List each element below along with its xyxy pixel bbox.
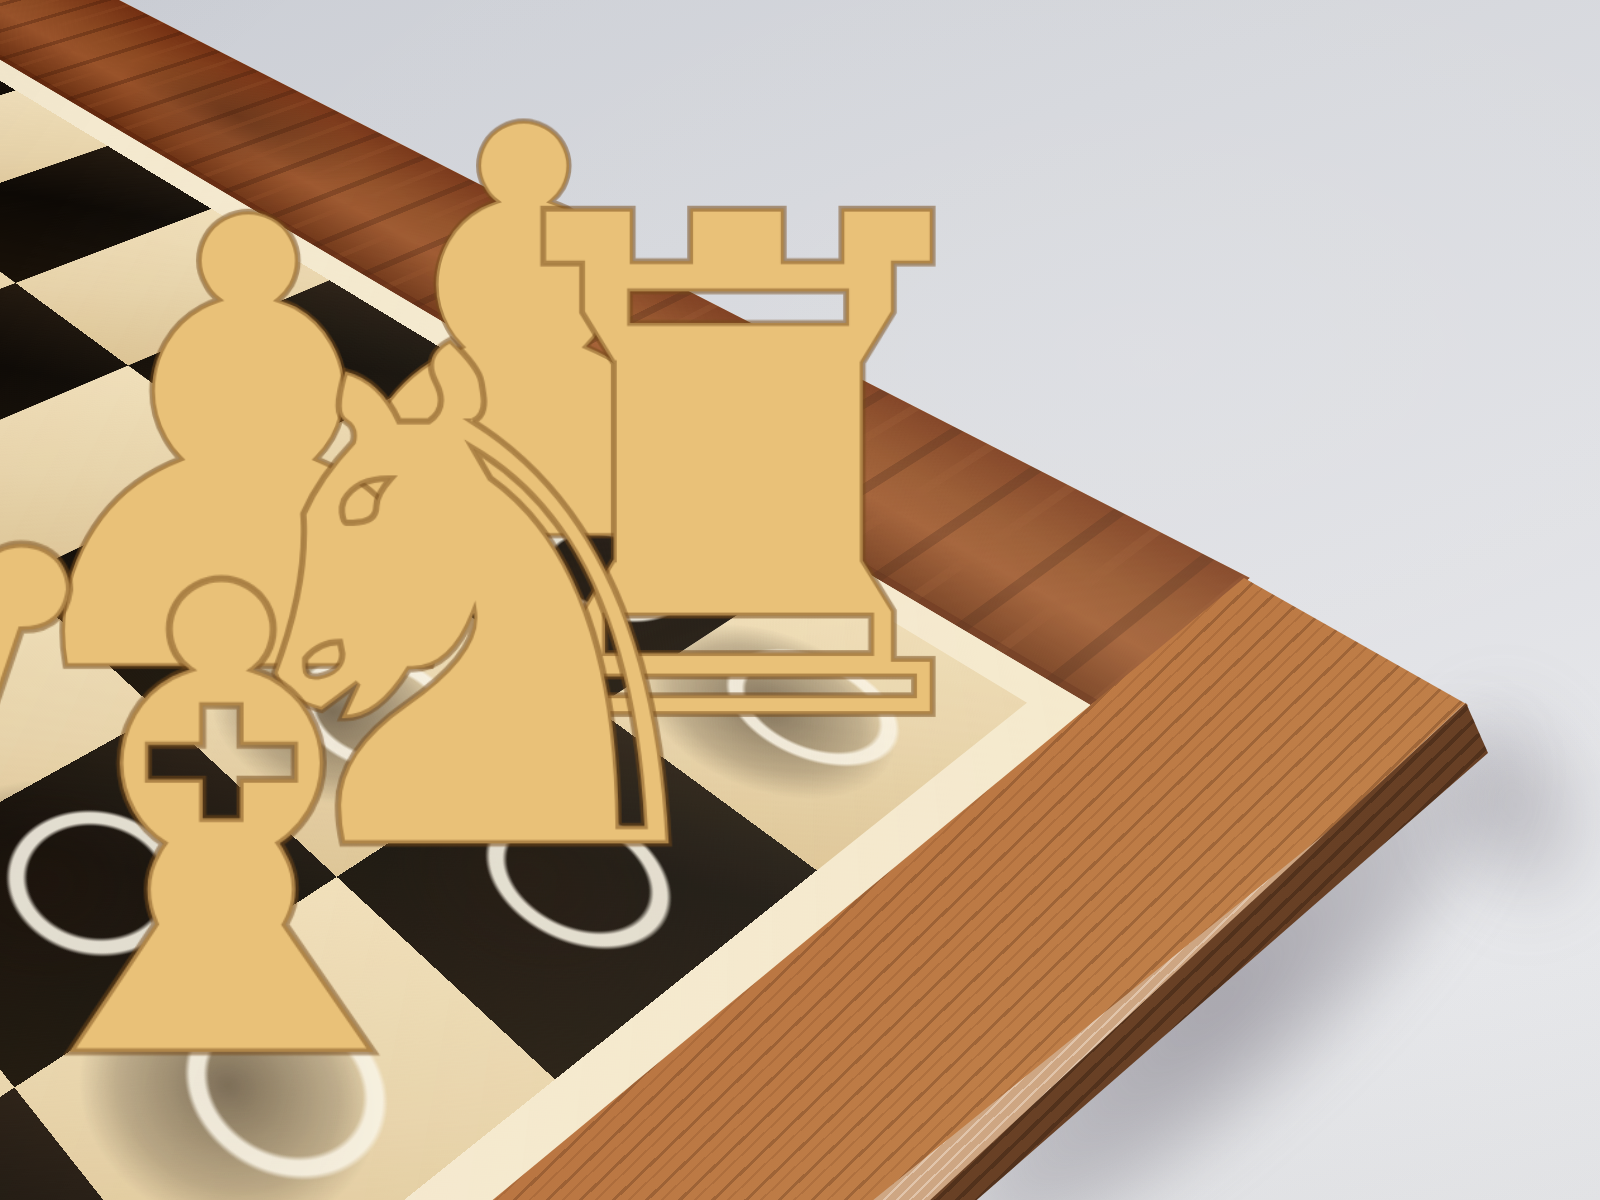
piece-white-queen-e1[interactable]: ♛ xyxy=(0,324,167,1200)
photo-stage: ♟♜♟♞♟♝♛ xyxy=(0,0,1600,1200)
